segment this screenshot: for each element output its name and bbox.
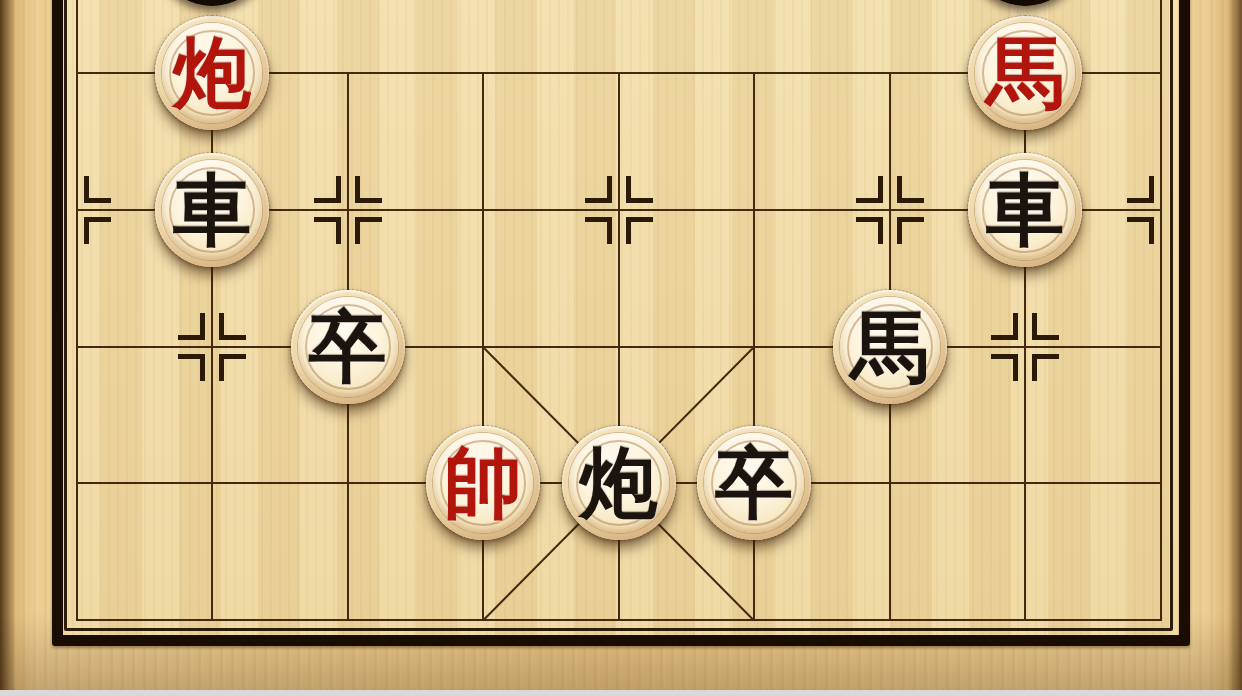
piece-red-general[interactable]: 帥 — [426, 426, 540, 540]
piece-character: 卒 — [291, 290, 405, 404]
piece-cutoff-top[interactable] — [967, 0, 1083, 6]
piece-character: 炮 — [562, 426, 676, 540]
piece-black-cannon[interactable]: 炮 — [562, 426, 676, 540]
piece-red-cannon[interactable]: 炮 — [155, 16, 269, 130]
piece-character: 車 — [155, 153, 269, 267]
pieces-layer: 炮馬車車卒馬帥炮卒 — [0, 0, 1242, 696]
piece-black-chariot[interactable]: 車 — [968, 153, 1082, 267]
piece-character: 卒 — [697, 426, 811, 540]
piece-character: 馬 — [968, 16, 1082, 130]
piece-cutoff-top[interactable] — [154, 0, 270, 6]
bottom-edge-strip — [0, 690, 1242, 696]
piece-black-chariot[interactable]: 車 — [155, 153, 269, 267]
piece-black-soldier[interactable]: 卒 — [697, 426, 811, 540]
piece-red-horse[interactable]: 馬 — [968, 16, 1082, 130]
xiangqi-app-window: 炮馬車車卒馬帥炮卒 — [0, 0, 1242, 696]
piece-character: 炮 — [155, 16, 269, 130]
piece-black-horse[interactable]: 馬 — [833, 290, 947, 404]
piece-black-soldier[interactable]: 卒 — [291, 290, 405, 404]
piece-character: 馬 — [833, 290, 947, 404]
piece-character: 車 — [968, 153, 1082, 267]
piece-character: 帥 — [426, 426, 540, 540]
